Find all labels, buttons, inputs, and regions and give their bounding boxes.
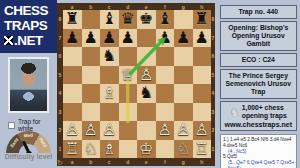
square-b7[interactable]: ♟ (82, 29, 101, 48)
coord-label-g: g (174, 4, 193, 10)
square-h7[interactable]: ♟ (193, 29, 212, 48)
square-d6[interactable] (119, 47, 138, 66)
piece-wn-b1: ♘ (82, 140, 101, 159)
square-a3[interactable] (63, 103, 82, 122)
piece-wk-e1: ♔ (137, 140, 156, 159)
coord-label-2: 2 (58, 121, 63, 140)
coord-label-5: 5 (58, 66, 63, 85)
piece-bp-b7: ♟ (82, 29, 101, 48)
moves-box: 1.) 1.e4 e5 2.Bc4 Nf6 3.d4 Nxe44.dxe5 Nc… (220, 134, 297, 168)
gauge-label-med: Med (24, 132, 33, 138)
square-h5[interactable] (193, 66, 212, 85)
coord-label-f: f (156, 159, 175, 165)
square-a7[interactable]: ♟ (63, 29, 82, 48)
square-e4[interactable]: ♞ (137, 84, 156, 103)
square-f2[interactable]: ♙ (156, 121, 175, 140)
square-g5[interactable] (174, 66, 193, 85)
square-a1[interactable]: ♖ (63, 140, 82, 159)
square-g7[interactable]: ♟ (174, 29, 193, 48)
piece-bp-h7: ♟ (193, 29, 212, 48)
coord-label-f: f (156, 4, 175, 10)
square-b3[interactable] (82, 103, 101, 122)
square-f1[interactable] (156, 140, 175, 159)
coord-label-g: g (174, 159, 193, 165)
square-c7[interactable]: ♟ (100, 29, 119, 48)
square-a8[interactable]: ♜ (63, 10, 82, 29)
piece-bp-d7: ♟ (119, 29, 138, 48)
square-g4[interactable] (174, 84, 193, 103)
square-a2[interactable]: ♙ (63, 121, 82, 140)
square-g6[interactable] (174, 47, 193, 66)
square-c8[interactable]: ♝ (100, 10, 119, 29)
file-labels-top: abcdefgh (63, 4, 211, 10)
flip-board-icon[interactable]: ↻ (57, 159, 62, 166)
move-line: Nxe5) (223, 166, 295, 168)
square-d2[interactable] (119, 121, 138, 140)
trap-name-box: The Prince Sergey Semenovich Urusov Trap (220, 69, 297, 99)
square-g3[interactable] (174, 103, 193, 122)
square-e3[interactable] (137, 103, 156, 122)
piece-wp-b2: ♙ (82, 121, 101, 140)
coord-label-1: 1 (58, 140, 63, 159)
logo-line-3: .NET (4, 33, 57, 48)
square-b1[interactable]: ♘ (82, 140, 101, 159)
logo: CHESS TRAPS .NET (0, 0, 57, 53)
move-line: 1.) 1.e4 e5 2.Bc4 Nf6 3.d4 Nxe4 (223, 137, 295, 143)
coord-label-e: e (137, 4, 156, 10)
piece-wp-h2: ♙ (193, 121, 212, 140)
piece-bk-e8: ♚ (137, 10, 156, 29)
piece-bn-e4: ♞ (137, 84, 156, 103)
piece-wr-a1: ♖ (63, 140, 82, 159)
square-a4[interactable] (63, 84, 82, 103)
knight-icon: ♞ (230, 106, 240, 119)
piece-wn-g1: ♘ (174, 140, 193, 159)
promo-line-1: 1,000+ chess (242, 104, 284, 111)
square-f4[interactable] (156, 84, 175, 103)
square-f6[interactable] (156, 47, 175, 66)
promo-text: 1,000+ chess opening traps (242, 104, 287, 120)
info-panel: Trap no. 440 Opening: Bishop's Opening U… (215, 0, 300, 168)
square-h6[interactable] (193, 47, 212, 66)
piece-wr-h1: ♖ (193, 140, 212, 159)
square-g2[interactable]: ♙ (174, 121, 193, 140)
site-link[interactable]: www.chesstraps.net (222, 121, 295, 128)
trap-number-box: Trap no. 440 (220, 5, 297, 19)
square-f5[interactable] (156, 66, 175, 85)
square-b5[interactable] (82, 66, 101, 85)
coord-label-h: h (193, 4, 212, 10)
square-e5[interactable]: ♙ (137, 66, 156, 85)
square-d5[interactable]: ♕ (119, 66, 138, 85)
square-f7[interactable]: ♟ (156, 29, 175, 48)
coord-label-c: c (100, 4, 119, 10)
board-frame: abcdefgh abcdefgh 87654321 87654321 ↻ ♜♝… (57, 3, 215, 166)
difficulty-label: Difficulty level (0, 153, 57, 160)
square-h8[interactable]: ♜ (193, 10, 212, 29)
piece-wp-c2: ♙ (100, 121, 119, 140)
piece-bn-c6: ♞ (100, 47, 119, 66)
logo-line-1: CHESS (4, 3, 57, 18)
piece-bq-d8: ♛ (119, 10, 138, 29)
board-area: abcdefgh abcdefgh 87654321 87654321 ↻ ♜♝… (57, 0, 215, 168)
piece-br-h8: ♜ (193, 10, 212, 29)
square-b8[interactable] (82, 10, 101, 29)
promo-box: ♞ 1,000+ chess opening traps www.chesstr… (220, 101, 297, 131)
square-e7[interactable] (137, 29, 156, 48)
piece-bp-c7: ♟ (100, 29, 119, 48)
piece-bb-c8: ♝ (100, 10, 119, 29)
piece-bp-g7: ♟ (174, 29, 193, 48)
coord-label-6: 6 (58, 47, 63, 66)
square-b6[interactable] (82, 47, 101, 66)
square-d8[interactable]: ♛ (119, 10, 138, 29)
piece-wq-d5: ♕ (119, 66, 138, 85)
opening-box: Opening: Bishop's Opening Urusov Gambit (220, 21, 297, 51)
piece-wp-a2: ♙ (63, 121, 82, 140)
square-c3[interactable] (100, 103, 119, 122)
square-c6[interactable]: ♞ (100, 47, 119, 66)
square-e2[interactable] (137, 121, 156, 140)
square-h1[interactable]: ♖ (193, 140, 212, 159)
square-a5[interactable] (63, 66, 82, 85)
left-panel: CHESS TRAPS .NET Trap for white Easy Med… (0, 0, 57, 168)
coord-label-b: b (82, 159, 101, 165)
piece-bp-f7: ♟ (156, 29, 175, 48)
coord-label-b: b (82, 4, 101, 10)
coord-label-7: 7 (58, 29, 63, 48)
rank-labels-left: 87654321 (58, 10, 63, 158)
coord-label-d: d (119, 159, 138, 165)
coord-label-4: 4 (58, 84, 63, 103)
coord-label-h: h (193, 159, 212, 165)
chessboard-x-icon (4, 36, 13, 45)
coord-label-a: a (63, 159, 82, 165)
piece-bb-f8: ♝ (156, 10, 175, 29)
square-b4[interactable] (82, 84, 101, 103)
piece-bp-a7: ♟ (63, 29, 82, 48)
square-e8[interactable]: ♚ (137, 10, 156, 29)
piece-br-a8: ♜ (63, 10, 82, 29)
square-d4[interactable] (119, 84, 138, 103)
square-g1[interactable]: ♘ (174, 140, 193, 159)
eco-box: ECO : C24 (220, 53, 297, 67)
coord-label-d: d (119, 4, 138, 10)
square-h3[interactable] (193, 103, 212, 122)
square-c4[interactable]: ♗ (100, 84, 119, 103)
square-e6[interactable] (137, 47, 156, 66)
square-d7[interactable]: ♟ (119, 29, 138, 48)
coord-label-a: a (63, 4, 82, 10)
trap-for-white-row: Trap for white (8, 118, 57, 132)
presenter-photo (8, 57, 49, 113)
promo-line-2: opening traps (242, 112, 287, 119)
square-h2[interactable]: ♙ (193, 121, 212, 140)
piece-wp-f2: ♙ (156, 121, 175, 140)
trap-for-white-checkbox[interactable] (8, 122, 15, 129)
square-e1[interactable]: ♔ (137, 140, 156, 159)
square-c5[interactable] (100, 66, 119, 85)
piece-wb-c4: ♗ (100, 84, 119, 103)
square-c2[interactable]: ♙ (100, 121, 119, 140)
square-b2[interactable]: ♙ (82, 121, 101, 140)
chesstraps-thumbnail: CHESS TRAPS .NET Trap for white Easy Med… (0, 0, 300, 168)
trap-for-white-label: Trap for white (18, 118, 57, 132)
promo-row: ♞ 1,000+ chess opening traps (222, 104, 295, 120)
square-c1[interactable]: ♗ (100, 140, 119, 159)
square-h4[interactable] (193, 84, 212, 103)
square-g8[interactable] (174, 10, 193, 29)
square-a6[interactable] (63, 47, 82, 66)
difficulty-gauge: Easy Med Hard (6, 131, 51, 153)
square-f8[interactable]: ♝ (156, 10, 175, 29)
chess-board: ♜♝♛♚♝♜♟♟♟♟♟♟♟♞♕♙♗♞♙♙♙♙♙♙♖♘♗♔♘♖ (63, 10, 211, 158)
coord-label-8: 8 (58, 10, 63, 29)
piece-wp-g2: ♙ (174, 121, 193, 140)
square-d3[interactable] (119, 103, 138, 122)
square-d1[interactable] (119, 140, 138, 159)
piece-wb-c1: ♗ (100, 140, 119, 159)
piece-wp-e5: ♙ (137, 66, 156, 85)
coord-label-c: c (100, 159, 119, 165)
file-labels-bottom: abcdefgh (63, 159, 211, 165)
coord-label-3: 3 (58, 103, 63, 122)
coord-label-e: e (137, 159, 156, 165)
square-f3[interactable] (156, 103, 175, 122)
logo-net-text: .NET (14, 33, 43, 48)
logo-line-2: TRAPS (4, 18, 57, 33)
